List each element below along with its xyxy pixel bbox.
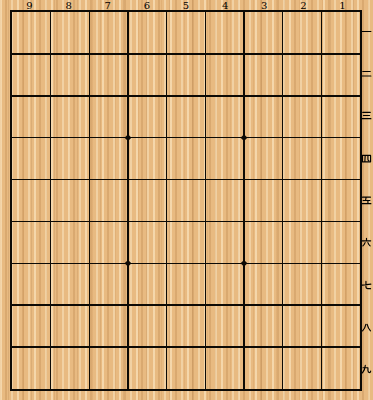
board-square[interactable] <box>167 138 206 180</box>
board-square[interactable] <box>321 54 360 96</box>
board-square[interactable] <box>12 138 51 180</box>
board-square[interactable] <box>283 12 322 54</box>
board-square[interactable] <box>128 263 167 305</box>
board-square[interactable] <box>12 12 51 54</box>
board-square[interactable] <box>128 180 167 222</box>
board-square[interactable] <box>51 347 90 389</box>
rank-kanji-icon <box>361 26 372 37</box>
board-square[interactable] <box>205 12 244 54</box>
rank-label <box>360 349 373 391</box>
board-square[interactable] <box>283 138 322 180</box>
board-square[interactable] <box>12 180 51 222</box>
board-square[interactable] <box>12 221 51 263</box>
rank-kanji-icon <box>361 280 372 291</box>
rank-kanji-icon <box>361 153 372 164</box>
board-square[interactable] <box>167 221 206 263</box>
board-square[interactable] <box>12 263 51 305</box>
board-square[interactable] <box>51 221 90 263</box>
board-square[interactable] <box>244 263 283 305</box>
rank-kanji-icon <box>361 195 372 206</box>
board-square[interactable] <box>321 180 360 222</box>
board-square[interactable] <box>89 54 128 96</box>
board-square[interactable] <box>12 54 51 96</box>
board-square[interactable] <box>89 138 128 180</box>
rank-label <box>360 137 373 179</box>
board-square[interactable] <box>12 96 51 138</box>
board-square[interactable] <box>128 221 167 263</box>
rank-kanji-icon <box>361 237 372 248</box>
board-square[interactable] <box>89 347 128 389</box>
board-square[interactable] <box>244 54 283 96</box>
board-square[interactable] <box>283 221 322 263</box>
board-square[interactable] <box>89 180 128 222</box>
board-square[interactable] <box>89 96 128 138</box>
board-square[interactable] <box>167 12 206 54</box>
board-square[interactable] <box>89 12 128 54</box>
board-square[interactable] <box>12 347 51 389</box>
board-square[interactable] <box>51 96 90 138</box>
rank-label <box>360 179 373 221</box>
board-square[interactable] <box>321 12 360 54</box>
shogi-board <box>10 10 362 391</box>
board-square[interactable] <box>205 263 244 305</box>
board-cells <box>12 12 360 389</box>
board-square[interactable] <box>205 96 244 138</box>
board-square[interactable] <box>205 221 244 263</box>
board-square[interactable] <box>167 180 206 222</box>
rank-label <box>360 10 373 52</box>
board-square[interactable] <box>283 180 322 222</box>
board-square[interactable] <box>128 12 167 54</box>
board-square[interactable] <box>89 263 128 305</box>
board-square[interactable] <box>244 305 283 347</box>
rank-kanji-icon <box>361 322 372 333</box>
board-square[interactable] <box>128 54 167 96</box>
board-square[interactable] <box>205 54 244 96</box>
rank-label <box>360 306 373 348</box>
board-square[interactable] <box>89 305 128 347</box>
board-square[interactable] <box>128 305 167 347</box>
board-square[interactable] <box>244 221 283 263</box>
rank-label <box>360 264 373 306</box>
board-square[interactable] <box>283 263 322 305</box>
board-square[interactable] <box>283 347 322 389</box>
board-square[interactable] <box>283 54 322 96</box>
board-square[interactable] <box>167 305 206 347</box>
board-square[interactable] <box>321 221 360 263</box>
rank-label <box>360 222 373 264</box>
rank-label <box>360 52 373 94</box>
board-square[interactable] <box>244 347 283 389</box>
board-square[interactable] <box>244 96 283 138</box>
board-square[interactable] <box>321 96 360 138</box>
board-square[interactable] <box>321 305 360 347</box>
board-square[interactable] <box>51 263 90 305</box>
rank-kanji-icon <box>361 110 372 121</box>
board-square[interactable] <box>51 138 90 180</box>
rank-label <box>360 95 373 137</box>
shogi-board-screen: 987654321 <box>0 0 373 400</box>
board-square[interactable] <box>128 347 167 389</box>
board-square[interactable] <box>205 138 244 180</box>
board-square[interactable] <box>51 305 90 347</box>
rank-labels-column <box>360 10 373 391</box>
board-square[interactable] <box>244 138 283 180</box>
board-square[interactable] <box>128 96 167 138</box>
board-square[interactable] <box>167 347 206 389</box>
board-square[interactable] <box>244 180 283 222</box>
board-square[interactable] <box>205 347 244 389</box>
rank-kanji-icon <box>361 364 372 375</box>
board-square[interactable] <box>283 305 322 347</box>
board-square[interactable] <box>167 263 206 305</box>
board-square[interactable] <box>244 12 283 54</box>
board-square[interactable] <box>321 263 360 305</box>
board-square[interactable] <box>128 138 167 180</box>
board-square[interactable] <box>167 96 206 138</box>
rank-kanji-icon <box>361 68 372 79</box>
board-square[interactable] <box>51 54 90 96</box>
board-square[interactable] <box>89 221 128 263</box>
board-square[interactable] <box>321 138 360 180</box>
board-square[interactable] <box>321 347 360 389</box>
board-square[interactable] <box>51 12 90 54</box>
board-square[interactable] <box>205 180 244 222</box>
board-square[interactable] <box>167 54 206 96</box>
board-square[interactable] <box>12 305 51 347</box>
board-square[interactable] <box>283 96 322 138</box>
board-square[interactable] <box>51 180 90 222</box>
board-square[interactable] <box>205 305 244 347</box>
